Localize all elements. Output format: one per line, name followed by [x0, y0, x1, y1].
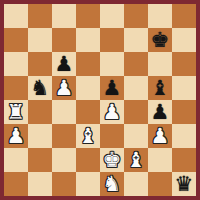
square-a4[interactable]: ♜ [4, 100, 28, 124]
piece-white-pawn[interactable]: ♟ [7, 124, 26, 148]
square-g5[interactable]: ♝ [148, 76, 172, 100]
piece-black-pawn[interactable]: ♟ [55, 52, 74, 76]
square-a7[interactable] [4, 28, 28, 52]
square-c5[interactable]: ♟ [52, 76, 76, 100]
square-f7[interactable] [124, 28, 148, 52]
square-e3[interactable] [100, 124, 124, 148]
square-h7[interactable] [172, 28, 196, 52]
square-g6[interactable] [148, 52, 172, 76]
square-e6[interactable] [100, 52, 124, 76]
square-c8[interactable] [52, 4, 76, 28]
square-d3[interactable]: ♝ [76, 124, 100, 148]
chess-board: ♚♟♞♟♟♝♜♟♟♟♝♟♚♝♞♛ [4, 4, 196, 196]
piece-white-king[interactable]: ♚ [103, 148, 122, 172]
square-g3[interactable]: ♟ [148, 124, 172, 148]
square-h6[interactable] [172, 52, 196, 76]
square-c7[interactable] [52, 28, 76, 52]
square-b2[interactable] [28, 148, 52, 172]
piece-black-pawn[interactable]: ♟ [151, 100, 170, 124]
square-d5[interactable] [76, 76, 100, 100]
square-h2[interactable] [172, 148, 196, 172]
square-b1[interactable] [28, 172, 52, 196]
square-d4[interactable] [76, 100, 100, 124]
square-h8[interactable] [172, 4, 196, 28]
chess-board-frame: ♚♟♞♟♟♝♜♟♟♟♝♟♚♝♞♛ [0, 0, 200, 200]
square-c1[interactable] [52, 172, 76, 196]
square-b6[interactable] [28, 52, 52, 76]
square-f6[interactable] [124, 52, 148, 76]
square-d6[interactable] [76, 52, 100, 76]
square-f3[interactable] [124, 124, 148, 148]
square-d2[interactable] [76, 148, 100, 172]
square-e7[interactable] [100, 28, 124, 52]
piece-white-bishop[interactable]: ♝ [79, 124, 98, 148]
square-a1[interactable] [4, 172, 28, 196]
square-g2[interactable] [148, 148, 172, 172]
square-e2[interactable]: ♚ [100, 148, 124, 172]
square-g1[interactable] [148, 172, 172, 196]
piece-black-bishop[interactable]: ♝ [151, 76, 170, 100]
square-g4[interactable]: ♟ [148, 100, 172, 124]
square-d8[interactable] [76, 4, 100, 28]
square-f8[interactable] [124, 4, 148, 28]
square-a8[interactable] [4, 4, 28, 28]
square-e8[interactable] [100, 4, 124, 28]
piece-white-rook[interactable]: ♜ [7, 100, 26, 124]
piece-black-knight[interactable]: ♞ [31, 76, 50, 100]
square-a3[interactable]: ♟ [4, 124, 28, 148]
square-d7[interactable] [76, 28, 100, 52]
piece-white-knight[interactable]: ♞ [103, 172, 122, 196]
square-b4[interactable] [28, 100, 52, 124]
square-c3[interactable] [52, 124, 76, 148]
square-e1[interactable]: ♞ [100, 172, 124, 196]
square-d1[interactable] [76, 172, 100, 196]
square-h5[interactable] [172, 76, 196, 100]
square-c2[interactable] [52, 148, 76, 172]
square-b8[interactable] [28, 4, 52, 28]
square-h1[interactable]: ♛ [172, 172, 196, 196]
square-h4[interactable] [172, 100, 196, 124]
piece-white-bishop[interactable]: ♝ [127, 148, 146, 172]
square-a2[interactable] [4, 148, 28, 172]
square-b5[interactable]: ♞ [28, 76, 52, 100]
square-g8[interactable] [148, 4, 172, 28]
square-e4[interactable]: ♟ [100, 100, 124, 124]
square-a5[interactable] [4, 76, 28, 100]
piece-white-pawn[interactable]: ♟ [55, 76, 74, 100]
piece-white-pawn[interactable]: ♟ [103, 100, 122, 124]
square-c4[interactable] [52, 100, 76, 124]
square-f4[interactable] [124, 100, 148, 124]
square-g7[interactable]: ♚ [148, 28, 172, 52]
square-c6[interactable]: ♟ [52, 52, 76, 76]
square-b3[interactable] [28, 124, 52, 148]
square-b7[interactable] [28, 28, 52, 52]
square-a6[interactable] [4, 52, 28, 76]
square-h3[interactable] [172, 124, 196, 148]
square-f5[interactable] [124, 76, 148, 100]
piece-black-pawn[interactable]: ♟ [103, 76, 122, 100]
piece-black-king[interactable]: ♚ [151, 28, 170, 52]
piece-white-pawn[interactable]: ♟ [151, 124, 170, 148]
piece-black-queen[interactable]: ♛ [175, 172, 194, 196]
square-f2[interactable]: ♝ [124, 148, 148, 172]
square-e5[interactable]: ♟ [100, 76, 124, 100]
square-f1[interactable] [124, 172, 148, 196]
